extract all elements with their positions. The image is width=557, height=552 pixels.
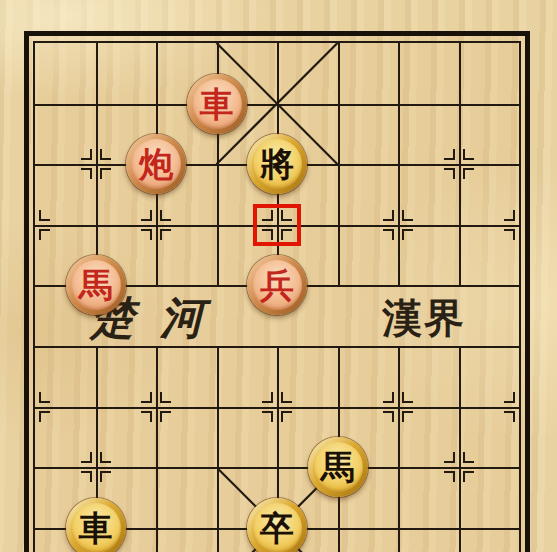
xiangqi-app: { "game": "xiangqi", "board": { "files":…	[0, 0, 557, 552]
point-marker	[383, 210, 413, 240]
board-overlay: 楚河 漢界 車炮將馬兵馬車卒	[35, 43, 519, 552]
piece-red-chariot[interactable]: 車	[187, 74, 247, 134]
point-marker-corner	[160, 210, 171, 221]
point-marker	[141, 210, 171, 240]
point-marker	[444, 149, 474, 179]
point-marker-corner	[383, 229, 394, 240]
point-marker-corner	[100, 452, 111, 463]
point-marker	[20, 210, 50, 240]
point-marker-corner	[39, 392, 50, 403]
point-marker-corner	[100, 471, 111, 482]
piece-glyph: 兵	[260, 268, 294, 302]
point-marker-corner	[81, 168, 92, 179]
point-marker	[262, 392, 292, 422]
point-marker	[504, 210, 534, 240]
piece-face: 將	[252, 139, 302, 189]
point-marker-corner	[444, 149, 455, 160]
piece-red-cannon[interactable]: 炮	[126, 134, 186, 194]
point-marker-corner	[39, 210, 50, 221]
point-marker-corner	[463, 471, 474, 482]
piece-face: 馬	[313, 442, 363, 492]
point-marker-corner	[141, 392, 152, 403]
piece-face: 卒	[252, 503, 302, 552]
point-marker-corner	[262, 392, 273, 403]
piece-red-horse[interactable]: 馬	[66, 255, 126, 315]
point-marker	[81, 149, 111, 179]
point-marker-corner	[444, 452, 455, 463]
piece-black-soldier[interactable]: 卒	[247, 498, 307, 552]
piece-face: 炮	[131, 139, 181, 189]
point-marker-corner	[402, 392, 413, 403]
piece-face: 馬	[71, 260, 121, 310]
point-marker	[81, 452, 111, 482]
point-marker-corner	[504, 411, 515, 422]
point-marker-corner	[100, 168, 111, 179]
piece-glyph: 將	[260, 147, 294, 181]
piece-face: 車	[71, 503, 121, 552]
point-marker-corner	[141, 411, 152, 422]
point-marker-corner	[81, 452, 92, 463]
piece-black-horse[interactable]: 馬	[308, 437, 368, 497]
point-marker-corner	[383, 411, 394, 422]
piece-face: 兵	[252, 260, 302, 310]
point-marker-corner	[141, 210, 152, 221]
piece-red-soldier[interactable]: 兵	[247, 255, 307, 315]
point-marker-corner	[141, 229, 152, 240]
move-highlight-square[interactable]	[253, 204, 301, 246]
point-marker-corner	[504, 210, 515, 221]
point-marker-corner	[160, 411, 171, 422]
piece-black-chariot[interactable]: 車	[66, 498, 126, 552]
point-marker-corner	[81, 149, 92, 160]
piece-glyph: 卒	[260, 511, 294, 545]
point-marker-corner	[504, 392, 515, 403]
piece-glyph: 車	[79, 511, 113, 545]
piece-glyph: 馬	[321, 450, 355, 484]
point-marker-corner	[281, 392, 292, 403]
point-marker-corner	[402, 210, 413, 221]
river-label-han-jie: 漢界	[382, 291, 466, 346]
point-marker	[20, 392, 50, 422]
point-marker-corner	[160, 229, 171, 240]
point-marker-corner	[463, 168, 474, 179]
point-marker-corner	[262, 411, 273, 422]
point-marker-corner	[39, 229, 50, 240]
point-marker	[141, 392, 171, 422]
piece-face: 車	[192, 79, 242, 129]
piece-glyph: 馬	[79, 268, 113, 302]
point-marker-corner	[504, 229, 515, 240]
point-marker-corner	[402, 229, 413, 240]
point-marker-corner	[383, 392, 394, 403]
point-marker-corner	[39, 411, 50, 422]
point-marker	[383, 392, 413, 422]
point-marker-corner	[444, 168, 455, 179]
point-marker-corner	[100, 149, 111, 160]
point-marker-corner	[81, 471, 92, 482]
point-marker	[504, 392, 534, 422]
piece-glyph: 車	[200, 87, 234, 121]
piece-glyph: 炮	[139, 147, 173, 181]
point-marker	[444, 452, 474, 482]
point-marker-corner	[383, 210, 394, 221]
point-marker-corner	[463, 149, 474, 160]
point-marker-corner	[444, 471, 455, 482]
point-marker-corner	[463, 452, 474, 463]
point-marker-corner	[281, 411, 292, 422]
piece-black-general[interactable]: 將	[247, 134, 307, 194]
point-marker-corner	[160, 392, 171, 403]
point-marker-corner	[402, 411, 413, 422]
